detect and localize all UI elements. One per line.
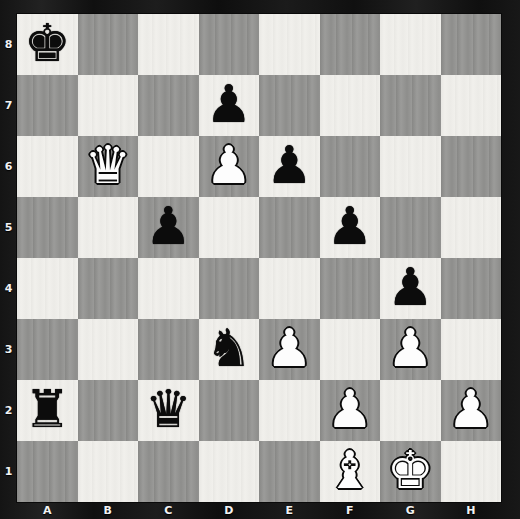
square-a4[interactable] <box>17 258 78 319</box>
square-g7[interactable] <box>380 75 441 136</box>
square-e1[interactable] <box>259 441 320 502</box>
square-a7[interactable] <box>17 75 78 136</box>
square-e3[interactable]: ♟ <box>259 319 320 380</box>
square-e8[interactable] <box>259 14 320 75</box>
square-d2[interactable] <box>199 380 260 441</box>
piece-black-queen[interactable]: ♛ <box>145 383 192 435</box>
square-g8[interactable] <box>380 14 441 75</box>
piece-white-pawn[interactable]: ♟ <box>326 383 373 435</box>
square-b2[interactable] <box>78 380 139 441</box>
file-label-d: D <box>199 502 260 519</box>
piece-black-knight[interactable]: ♞ <box>205 322 252 374</box>
square-e5[interactable] <box>259 197 320 258</box>
square-d8[interactable] <box>199 14 260 75</box>
square-f1[interactable]: ♝ <box>320 441 381 502</box>
file-labels: ABCDEFGH <box>17 502 501 519</box>
square-a2[interactable]: ♜ <box>17 380 78 441</box>
square-h5[interactable] <box>441 197 502 258</box>
square-d6[interactable]: ♟ <box>199 136 260 197</box>
rank-label-2: 2 <box>0 380 17 441</box>
file-label-e: E <box>259 502 320 519</box>
square-b4[interactable] <box>78 258 139 319</box>
square-c8[interactable] <box>138 14 199 75</box>
square-h8[interactable] <box>441 14 502 75</box>
square-c1[interactable] <box>138 441 199 502</box>
square-g1[interactable]: ♚ <box>380 441 441 502</box>
rank-label-4: 4 <box>0 258 17 319</box>
square-g6[interactable] <box>380 136 441 197</box>
piece-white-pawn[interactable]: ♟ <box>447 383 494 435</box>
rank-label-8: 8 <box>0 14 17 75</box>
chess-board: ♚♟♛♟♟♟♟♟♞♟♟♜♛♟♟♝♚ <box>17 14 501 502</box>
square-g3[interactable]: ♟ <box>380 319 441 380</box>
square-h6[interactable] <box>441 136 502 197</box>
square-e2[interactable] <box>259 380 320 441</box>
piece-white-bishop[interactable]: ♝ <box>326 444 373 496</box>
square-c3[interactable] <box>138 319 199 380</box>
square-g5[interactable] <box>380 197 441 258</box>
square-c4[interactable] <box>138 258 199 319</box>
file-label-g: G <box>380 502 441 519</box>
square-c5[interactable]: ♟ <box>138 197 199 258</box>
square-f2[interactable]: ♟ <box>320 380 381 441</box>
square-f3[interactable] <box>320 319 381 380</box>
square-b8[interactable] <box>78 14 139 75</box>
piece-black-pawn[interactable]: ♟ <box>145 200 192 252</box>
square-d7[interactable]: ♟ <box>199 75 260 136</box>
file-label-h: H <box>441 502 502 519</box>
piece-black-pawn[interactable]: ♟ <box>266 139 313 191</box>
square-c7[interactable] <box>138 75 199 136</box>
piece-white-queen[interactable]: ♛ <box>84 139 131 191</box>
rank-label-6: 6 <box>0 136 17 197</box>
square-d5[interactable] <box>199 197 260 258</box>
square-e6[interactable]: ♟ <box>259 136 320 197</box>
file-label-b: B <box>78 502 139 519</box>
file-label-f: F <box>320 502 381 519</box>
rank-labels: 87654321 <box>0 14 17 502</box>
square-f8[interactable] <box>320 14 381 75</box>
rank-label-1: 1 <box>0 441 17 502</box>
piece-white-pawn[interactable]: ♟ <box>387 322 434 374</box>
square-f6[interactable] <box>320 136 381 197</box>
piece-black-pawn[interactable]: ♟ <box>205 78 252 130</box>
square-c6[interactable] <box>138 136 199 197</box>
square-f4[interactable] <box>320 258 381 319</box>
chess-diagram: 87654321 ♚♟♛♟♟♟♟♟♞♟♟♜♛♟♟♝♚ ABCDEFGH <box>0 0 520 519</box>
square-b7[interactable] <box>78 75 139 136</box>
square-d3[interactable]: ♞ <box>199 319 260 380</box>
square-g4[interactable]: ♟ <box>380 258 441 319</box>
square-d1[interactable] <box>199 441 260 502</box>
square-g2[interactable] <box>380 380 441 441</box>
file-label-a: A <box>17 502 78 519</box>
rank-label-7: 7 <box>0 75 17 136</box>
square-a8[interactable]: ♚ <box>17 14 78 75</box>
square-b1[interactable] <box>78 441 139 502</box>
piece-white-pawn[interactable]: ♟ <box>266 322 313 374</box>
square-h7[interactable] <box>441 75 502 136</box>
piece-black-pawn[interactable]: ♟ <box>326 200 373 252</box>
square-h3[interactable] <box>441 319 502 380</box>
square-f5[interactable]: ♟ <box>320 197 381 258</box>
square-a1[interactable] <box>17 441 78 502</box>
piece-black-pawn[interactable]: ♟ <box>387 261 434 313</box>
square-b6[interactable]: ♛ <box>78 136 139 197</box>
square-c2[interactable]: ♛ <box>138 380 199 441</box>
piece-white-pawn[interactable]: ♟ <box>205 139 252 191</box>
square-e4[interactable] <box>259 258 320 319</box>
square-b5[interactable] <box>78 197 139 258</box>
rank-label-3: 3 <box>0 319 17 380</box>
square-a5[interactable] <box>17 197 78 258</box>
square-e7[interactable] <box>259 75 320 136</box>
square-f7[interactable] <box>320 75 381 136</box>
piece-white-king[interactable]: ♚ <box>387 444 434 496</box>
square-h1[interactable] <box>441 441 502 502</box>
square-a3[interactable] <box>17 319 78 380</box>
piece-black-king[interactable]: ♚ <box>24 17 71 69</box>
square-b3[interactable] <box>78 319 139 380</box>
square-h2[interactable]: ♟ <box>441 380 502 441</box>
square-d4[interactable] <box>199 258 260 319</box>
rank-label-5: 5 <box>0 197 17 258</box>
square-h4[interactable] <box>441 258 502 319</box>
file-label-c: C <box>138 502 199 519</box>
square-a6[interactable] <box>17 136 78 197</box>
piece-black-rook[interactable]: ♜ <box>24 383 71 435</box>
